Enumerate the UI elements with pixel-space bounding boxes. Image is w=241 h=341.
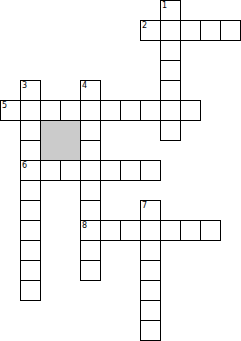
cell-r1c7[interactable]: 2: [140, 20, 161, 41]
cell-r5c2[interactable]: [40, 100, 61, 121]
cell-r8c3[interactable]: [60, 160, 81, 181]
cell-r5c3[interactable]: [60, 100, 81, 121]
cell-r7c1[interactable]: [20, 140, 41, 161]
cell-r0c8[interactable]: 1: [160, 0, 181, 21]
cell-r14c7[interactable]: [140, 280, 161, 301]
cell-r8c5[interactable]: [100, 160, 121, 181]
clue-number: 8: [82, 221, 87, 230]
cell-r4c8[interactable]: [160, 80, 181, 101]
cell-r12c4[interactable]: [80, 240, 101, 261]
clue-number: 6: [22, 161, 27, 170]
cell-r12c1[interactable]: [20, 240, 41, 261]
cell-r5c1[interactable]: [20, 100, 41, 121]
cell-r8c7[interactable]: [140, 160, 161, 181]
cell-r4c4[interactable]: 4: [80, 80, 101, 101]
cell-r8c4[interactable]: [80, 160, 101, 181]
cell-r5c7[interactable]: [140, 100, 161, 121]
clue-number: 1: [162, 1, 167, 10]
cell-r2c8[interactable]: [160, 40, 181, 61]
cell-r8c2[interactable]: [40, 160, 61, 181]
cell-r11c10[interactable]: [200, 220, 221, 241]
clue-number: 2: [142, 21, 147, 30]
cell-r9c1[interactable]: [20, 180, 41, 201]
cell-r5c5[interactable]: [100, 100, 121, 121]
cell-r11c8[interactable]: [160, 220, 181, 241]
cell-r5c9[interactable]: [180, 100, 201, 121]
crossword-grid: 12345678: [0, 0, 241, 341]
cell-r8c1[interactable]: 6: [20, 160, 41, 181]
cell-r11c9[interactable]: [180, 220, 201, 241]
cell-r10c1[interactable]: [20, 200, 41, 221]
cell-r13c7[interactable]: [140, 260, 161, 281]
cell-r12c7[interactable]: [140, 240, 161, 261]
cell-r11c7[interactable]: [140, 220, 161, 241]
cell-r9c4[interactable]: [80, 180, 101, 201]
cell-r1c11[interactable]: [220, 20, 241, 41]
cell-r1c10[interactable]: [200, 20, 221, 41]
cell-r3c8[interactable]: [160, 60, 181, 81]
cell-r5c4[interactable]: [80, 100, 101, 121]
cell-r7c4[interactable]: [80, 140, 101, 161]
cell-r10c4[interactable]: [80, 200, 101, 221]
cell-r11c1[interactable]: [20, 220, 41, 241]
cell-r16c7[interactable]: [140, 320, 161, 341]
cell-r8c6[interactable]: [120, 160, 141, 181]
cell-r1c8[interactable]: [160, 20, 181, 41]
cell-r15c7[interactable]: [140, 300, 161, 321]
cell-r11c5[interactable]: [100, 220, 121, 241]
cell-r6c4[interactable]: [80, 120, 101, 141]
cell-r5c8[interactable]: [160, 100, 181, 121]
cell-r1c9[interactable]: [180, 20, 201, 41]
cell-r6c1[interactable]: [20, 120, 41, 141]
cell-r11c4[interactable]: 8: [80, 220, 101, 241]
cell-r11c6[interactable]: [120, 220, 141, 241]
clue-number: 4: [82, 81, 87, 90]
blocked-gray-area: [40, 120, 81, 161]
cell-r13c1[interactable]: [20, 260, 41, 281]
cell-r13c4[interactable]: [80, 260, 101, 281]
cell-r14c1[interactable]: [20, 280, 41, 301]
cell-r6c8[interactable]: [160, 120, 181, 141]
cell-r5c0[interactable]: 5: [0, 100, 21, 121]
cell-r5c6[interactable]: [120, 100, 141, 121]
clue-number: 3: [22, 81, 27, 90]
cell-r10c7[interactable]: 7: [140, 200, 161, 221]
clue-number: 7: [142, 201, 147, 210]
cell-r4c1[interactable]: 3: [20, 80, 41, 101]
clue-number: 5: [2, 101, 7, 110]
